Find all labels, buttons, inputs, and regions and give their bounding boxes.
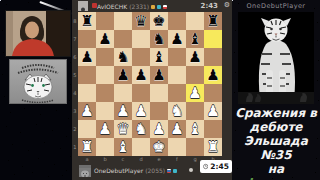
top-player-name[interactable]: AvIOECHK [97,3,127,10]
chess-com-link: chess.com [241,176,312,180]
square-g2[interactable]: ♝ [186,120,204,138]
square-e4[interactable] [150,84,168,102]
square-g5[interactable] [186,66,204,84]
rank-label-7: 7 [72,31,77,46]
square-g7[interactable]: ♝ [186,30,204,48]
square-e2[interactable]: ♟ [150,120,168,138]
avatar-person-icon [78,6,88,11]
chess-app-panel: AvIOECHK(2331) 2:43 ⚙ 87654321 ♜♛♚♜♟♞♟♝♟… [72,0,232,180]
white-tiger-image [238,12,314,104]
caption-line-2: дебюте [232,120,320,134]
black-rook-piece[interactable]: ♜ [78,12,96,30]
square-a3[interactable]: ♟ [78,102,96,120]
bottom-player-clock: 2:45 [200,160,232,173]
square-c8[interactable] [114,12,132,30]
rank-label-2: 2 [72,121,77,136]
webcam-video [5,10,71,57]
bottom-clock-time: 2:45 [210,162,229,171]
chess-board: ♜♛♚♜♟♞♟♝♟♞♝♟♟♟♟♟♟♟♟♟♞♟♟♛♞♟♟♝♜♝♚♜ [78,12,222,156]
square-d6[interactable] [132,48,150,66]
diamond-icon [157,5,161,9]
square-c2[interactable]: ♛ [114,120,132,138]
file-label-c: c [115,156,130,163]
file-label-d: d [133,156,148,163]
white-pawn-piece[interactable]: ♟ [186,84,204,102]
square-d3[interactable]: ♟ [132,102,150,120]
white-king-piece[interactable]: ♚ [150,138,168,156]
stream-overlay-panel: OneDebutPlayer [232,0,320,180]
white-knight-piece[interactable]: ♞ [132,120,150,138]
file-label-b: b [97,156,112,163]
flag-icon [167,169,171,173]
square-g3[interactable] [186,102,204,120]
square-h3[interactable]: ♟ [204,102,222,120]
tiger-logo [9,59,67,104]
square-c3[interactable]: ♟ [114,102,132,120]
square-d8[interactable]: ♛ [132,12,150,30]
square-b3[interactable] [96,102,114,120]
file-label-a: a [79,156,94,163]
avatar-tiger-icon [79,168,91,177]
white-knight-piece[interactable]: ♞ [168,102,186,120]
bottom-player-rating: (2055) [145,167,165,174]
square-a5[interactable] [78,66,96,84]
file-label-f: f [169,156,184,163]
stream-frame: AvIOECHK(2331) 2:43 ⚙ 87654321 ♜♛♚♜♟♞♟♝♟… [0,0,320,180]
overlay-title: OneDebutPlayer [232,2,320,10]
top-player-avatar[interactable] [78,1,88,11]
square-h5[interactable]: ♟ [204,66,222,84]
square-f6[interactable] [168,48,186,66]
square-b6[interactable] [96,48,114,66]
top-player-rating: (2331) [129,3,149,10]
trophy-icon [151,5,155,9]
black-pawn-piece[interactable]: ♟ [204,66,222,84]
white-pawn-piece[interactable]: ♟ [168,120,186,138]
black-pawn-piece[interactable]: ♟ [114,66,132,84]
square-e8[interactable]: ♚ [150,12,168,30]
white-pawn-piece[interactable]: ♟ [78,102,96,120]
square-b8[interactable] [96,12,114,30]
square-a2[interactable] [78,120,96,138]
square-b1[interactable] [96,138,114,156]
square-b4[interactable] [96,84,114,102]
square-g1[interactable] [186,138,204,156]
square-d1[interactable] [132,138,150,156]
black-knight-piece[interactable]: ♞ [150,30,168,48]
square-h7[interactable] [204,30,222,48]
square-g8[interactable] [186,12,204,30]
square-d4[interactable] [132,84,150,102]
white-pawn-piece[interactable]: ♟ [114,102,132,120]
square-c1[interactable]: ♝ [114,138,132,156]
badge-icon [173,169,177,173]
black-queen-piece[interactable]: ♛ [132,12,150,30]
square-e7[interactable]: ♞ [150,30,168,48]
square-c7[interactable] [114,30,132,48]
square-f1[interactable] [168,138,186,156]
square-h8[interactable]: ♜ [204,12,222,30]
rank-label-1: 1 [72,139,77,154]
square-f8[interactable] [168,12,186,30]
square-a1[interactable]: ♜ [78,138,96,156]
top-player-clock: 2:43 [201,2,218,10]
rank-label-8: 8 [72,13,77,28]
black-pawn-piece[interactable]: ♟ [78,48,96,66]
bottom-player-name[interactable]: OneDebutPlayer [94,167,143,174]
square-e5[interactable]: ♟ [150,66,168,84]
square-h2[interactable] [204,120,222,138]
square-a6[interactable]: ♟ [78,48,96,66]
white-pawn-piece[interactable]: ♟ [132,102,150,120]
bottom-player-avatar[interactable] [79,165,91,177]
rank-label-3: 3 [72,103,77,118]
tiger-photo [238,12,314,104]
square-b7[interactable]: ♟ [96,30,114,48]
square-d2[interactable]: ♞ [132,120,150,138]
square-h6[interactable] [204,48,222,66]
rank-label-4: 4 [72,85,77,100]
square-e3[interactable] [150,102,168,120]
rank-label-6: 6 [72,49,77,64]
black-pawn-piece[interactable]: ♟ [186,48,204,66]
square-f7[interactable]: ♟ [168,30,186,48]
square-f3[interactable]: ♞ [168,102,186,120]
top-player-info[interactable]: AvIOECHK(2331) [97,3,167,10]
tiger-face-icon [10,60,66,103]
square-a8[interactable]: ♜ [78,12,96,30]
square-g4[interactable]: ♟ [186,84,204,102]
white-pawn-piece[interactable]: ♟ [96,120,114,138]
caption-line-1: Сражения в [232,106,320,120]
black-bishop-piece[interactable]: ♝ [186,30,204,48]
square-g6[interactable]: ♟ [186,48,204,66]
square-c4[interactable] [114,84,132,102]
square-h4[interactable] [204,84,222,102]
white-rook-piece[interactable]: ♜ [204,138,222,156]
square-h1[interactable]: ♜ [204,138,222,156]
square-b5[interactable] [96,66,114,84]
square-a7[interactable] [78,30,96,48]
file-label-e: e [151,156,166,163]
black-pawn-piece[interactable]: ♟ [96,30,114,48]
white-pawn-piece[interactable]: ♟ [150,120,168,138]
streamer-person [6,11,70,56]
square-f4[interactable] [168,84,186,102]
white-bishop-piece[interactable]: ♝ [186,120,204,138]
flag-icon [163,5,167,9]
square-c5[interactable]: ♟ [114,66,132,84]
square-f5[interactable] [168,66,186,84]
square-d7[interactable] [132,30,150,48]
rank-label-5: 5 [72,67,77,82]
black-king-piece[interactable]: ♚ [150,12,168,30]
black-knight-piece[interactable]: ♞ [114,48,132,66]
black-pawn-piece[interactable]: ♟ [168,30,186,48]
black-rook-piece[interactable]: ♜ [204,12,222,30]
square-e6[interactable]: ♝ [150,48,168,66]
black-pawn-piece[interactable]: ♟ [150,66,168,84]
caption-line-4: на chess.com [232,162,320,180]
gear-icon[interactable]: ⚙ [224,1,230,9]
square-e1[interactable]: ♚ [150,138,168,156]
square-d5[interactable]: ♟ [132,66,150,84]
caption-na: на [268,162,284,176]
square-c6[interactable]: ♞ [114,48,132,66]
white-rook-piece[interactable]: ♜ [78,138,96,156]
clock-icon [203,163,208,170]
square-f2[interactable]: ♟ [168,120,186,138]
caption-line-3: Эльшада №35 [232,134,320,162]
white-queen-piece[interactable]: ♛ [114,120,132,138]
square-a4[interactable] [78,84,96,102]
status-dot [189,168,193,172]
black-pawn-piece[interactable]: ♟ [132,66,150,84]
white-pawn-piece[interactable]: ♟ [204,102,222,120]
bottom-player-info[interactable]: OneDebutPlayer(2055) [94,167,177,174]
square-b2[interactable]: ♟ [96,120,114,138]
white-bishop-piece[interactable]: ♝ [114,138,132,156]
left-sidebar [0,0,72,180]
black-bishop-piece[interactable]: ♝ [150,48,168,66]
stream-caption: Сражения в дебюте Эльшада №35 на chess.c… [232,106,320,180]
